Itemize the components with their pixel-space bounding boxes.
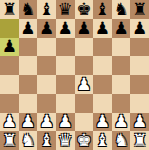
square-f3[interactable]	[93, 94, 112, 113]
white-pawn-piece[interactable]: ♟	[58, 113, 73, 130]
square-c5[interactable]	[37, 56, 56, 75]
square-c7[interactable]: ♟	[37, 19, 56, 38]
square-d7[interactable]: ♟	[56, 19, 75, 38]
square-a1[interactable]: ♜	[0, 131, 19, 150]
square-e7[interactable]: ♟	[75, 19, 94, 38]
square-g2[interactable]: ♟	[112, 113, 131, 132]
white-king-piece[interactable]: ♚	[76, 132, 91, 149]
black-rook-piece[interactable]: ♜	[132, 1, 147, 18]
square-c8[interactable]: ♝	[37, 0, 56, 19]
square-f6[interactable]	[93, 38, 112, 57]
square-e1[interactable]: ♚	[75, 131, 94, 150]
square-e8[interactable]: ♚	[75, 0, 94, 19]
square-g5[interactable]	[112, 56, 131, 75]
square-b3[interactable]	[19, 94, 38, 113]
white-bishop-piece[interactable]: ♝	[39, 132, 54, 149]
square-e5[interactable]	[75, 56, 94, 75]
square-d4[interactable]	[56, 75, 75, 94]
square-b4[interactable]	[19, 75, 38, 94]
square-c3[interactable]	[37, 94, 56, 113]
square-a2[interactable]: ♟	[0, 113, 19, 132]
square-g3[interactable]	[112, 94, 131, 113]
square-g8[interactable]: ♞	[112, 0, 131, 19]
square-d3[interactable]	[56, 94, 75, 113]
black-knight-piece[interactable]: ♞	[20, 1, 35, 18]
white-pawn-piece[interactable]: ♟	[2, 113, 17, 130]
square-f4[interactable]	[93, 75, 112, 94]
square-g1[interactable]: ♞	[112, 131, 131, 150]
black-pawn-piece[interactable]: ♟	[76, 20, 91, 37]
white-pawn-piece[interactable]: ♟	[20, 113, 35, 130]
white-knight-piece[interactable]: ♞	[20, 132, 35, 149]
white-pawn-piece[interactable]: ♟	[76, 76, 91, 93]
square-h4[interactable]	[130, 75, 149, 94]
square-h6[interactable]	[130, 38, 149, 57]
square-c6[interactable]	[37, 38, 56, 57]
white-queen-piece[interactable]: ♛	[58, 132, 73, 149]
square-f8[interactable]: ♝	[93, 0, 112, 19]
square-f2[interactable]: ♟	[93, 113, 112, 132]
square-e6[interactable]	[75, 38, 94, 57]
square-b7[interactable]: ♟	[19, 19, 38, 38]
square-b5[interactable]	[19, 56, 38, 75]
square-h7[interactable]: ♟	[130, 19, 149, 38]
square-e3[interactable]	[75, 94, 94, 113]
black-rook-piece[interactable]: ♜	[2, 1, 17, 18]
black-king-piece[interactable]: ♚	[76, 1, 91, 18]
square-b6[interactable]	[19, 38, 38, 57]
square-c1[interactable]: ♝	[37, 131, 56, 150]
square-a7[interactable]	[0, 19, 19, 38]
square-h8[interactable]: ♜	[130, 0, 149, 19]
white-rook-piece[interactable]: ♜	[132, 132, 147, 149]
white-bishop-piece[interactable]: ♝	[95, 132, 110, 149]
white-pawn-piece[interactable]: ♟	[39, 113, 54, 130]
square-b2[interactable]: ♟	[19, 113, 38, 132]
square-g4[interactable]	[112, 75, 131, 94]
white-pawn-piece[interactable]: ♟	[132, 113, 147, 130]
square-c4[interactable]	[37, 75, 56, 94]
square-a4[interactable]	[0, 75, 19, 94]
square-g6[interactable]	[112, 38, 131, 57]
square-a6[interactable]: ♟	[0, 38, 19, 57]
square-h3[interactable]	[130, 94, 149, 113]
square-e4[interactable]: ♟	[75, 75, 94, 94]
chess-board: ♜♞♝♛♚♝♞♜♟♟♟♟♟♟♟♟♟♟♟♟♟♟♟♟♜♞♝♛♚♝♞♜	[0, 0, 149, 150]
square-d6[interactable]	[56, 38, 75, 57]
square-d5[interactable]	[56, 56, 75, 75]
black-pawn-piece[interactable]: ♟	[2, 38, 17, 55]
square-a8[interactable]: ♜	[0, 0, 19, 19]
square-a5[interactable]	[0, 56, 19, 75]
white-rook-piece[interactable]: ♜	[2, 132, 17, 149]
black-pawn-piece[interactable]: ♟	[20, 20, 35, 37]
square-c2[interactable]: ♟	[37, 113, 56, 132]
black-queen-piece[interactable]: ♛	[58, 1, 73, 18]
square-d2[interactable]: ♟	[56, 113, 75, 132]
square-f5[interactable]	[93, 56, 112, 75]
white-pawn-piece[interactable]: ♟	[95, 113, 110, 130]
black-pawn-piece[interactable]: ♟	[58, 20, 73, 37]
black-pawn-piece[interactable]: ♟	[39, 20, 54, 37]
square-b1[interactable]: ♞	[19, 131, 38, 150]
square-f7[interactable]: ♟	[93, 19, 112, 38]
square-h5[interactable]	[130, 56, 149, 75]
square-g7[interactable]: ♟	[112, 19, 131, 38]
square-d8[interactable]: ♛	[56, 0, 75, 19]
black-knight-piece[interactable]: ♞	[113, 1, 128, 18]
black-pawn-piece[interactable]: ♟	[113, 20, 128, 37]
square-b8[interactable]: ♞	[19, 0, 38, 19]
black-bishop-piece[interactable]: ♝	[39, 1, 54, 18]
white-pawn-piece[interactable]: ♟	[113, 113, 128, 130]
black-pawn-piece[interactable]: ♟	[132, 20, 147, 37]
square-a3[interactable]	[0, 94, 19, 113]
square-f1[interactable]: ♝	[93, 131, 112, 150]
square-d1[interactable]: ♛	[56, 131, 75, 150]
square-e2[interactable]	[75, 113, 94, 132]
white-knight-piece[interactable]: ♞	[113, 132, 128, 149]
black-bishop-piece[interactable]: ♝	[95, 1, 110, 18]
square-h1[interactable]: ♜	[130, 131, 149, 150]
black-pawn-piece[interactable]: ♟	[95, 20, 110, 37]
square-h2[interactable]: ♟	[130, 113, 149, 132]
